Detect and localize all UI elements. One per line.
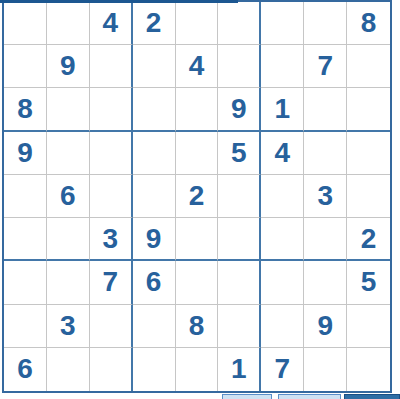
cell-r3c4[interactable]: [133, 88, 176, 131]
top-toolbar-fragment: [0, 0, 238, 3]
cell-r6c6[interactable]: [218, 218, 261, 261]
cell-r4c3[interactable]: [90, 132, 133, 175]
bottom-button-fragment-2[interactable]: [278, 394, 341, 399]
cell-r5c7[interactable]: [261, 175, 304, 218]
cell-r5c5[interactable]: 2: [176, 175, 219, 218]
cell-r9c6[interactable]: 1: [218, 348, 261, 391]
cell-r3c7[interactable]: 1: [261, 88, 304, 131]
cell-r4c2[interactable]: [47, 132, 90, 175]
cell-r6c2[interactable]: [47, 218, 90, 261]
cell-r4c7[interactable]: 4: [261, 132, 304, 175]
cell-r7c6[interactable]: [218, 261, 261, 304]
cell-r7c1[interactable]: [4, 261, 47, 304]
cell-r3c6[interactable]: 9: [218, 88, 261, 131]
cell-r5c6[interactable]: [218, 175, 261, 218]
cell-r3c8[interactable]: [304, 88, 347, 131]
cell-r7c5[interactable]: [176, 261, 219, 304]
cell-r6c4[interactable]: 9: [133, 218, 176, 261]
cell-r9c3[interactable]: [90, 348, 133, 391]
cell-r3c2[interactable]: [47, 88, 90, 131]
cell-r1c1[interactable]: [4, 2, 47, 45]
cell-r7c2[interactable]: [47, 261, 90, 304]
cell-r3c1[interactable]: 8: [4, 88, 47, 131]
cell-r5c8[interactable]: 3: [304, 175, 347, 218]
cell-r4c6[interactable]: 5: [218, 132, 261, 175]
cell-r6c5[interactable]: [176, 218, 219, 261]
cell-r7c4[interactable]: 6: [133, 261, 176, 304]
cell-r6c8[interactable]: [304, 218, 347, 261]
cell-r3c5[interactable]: [176, 88, 219, 131]
cell-r8c4[interactable]: [133, 305, 176, 348]
bottom-button-fragment-3[interactable]: [344, 394, 400, 399]
cell-r4c1[interactable]: 9: [4, 132, 47, 175]
cell-r1c5[interactable]: [176, 2, 219, 45]
bottom-button-fragment-1[interactable]: [222, 394, 272, 399]
sudoku-board: 428947891954623392765389617: [2, 0, 392, 393]
cell-r8c5[interactable]: 8: [176, 305, 219, 348]
cell-r6c1[interactable]: [4, 218, 47, 261]
cell-r9c9[interactable]: [347, 348, 390, 391]
cell-r3c9[interactable]: [347, 88, 390, 131]
cell-r1c2[interactable]: [47, 2, 90, 45]
cell-r1c8[interactable]: [304, 2, 347, 45]
cell-r9c5[interactable]: [176, 348, 219, 391]
cell-r8c8[interactable]: 9: [304, 305, 347, 348]
cell-r7c7[interactable]: [261, 261, 304, 304]
cell-r1c7[interactable]: [261, 2, 304, 45]
cell-r3c3[interactable]: [90, 88, 133, 131]
cell-r8c3[interactable]: [90, 305, 133, 348]
cell-r1c4[interactable]: 2: [133, 2, 176, 45]
cell-r2c1[interactable]: [4, 45, 47, 88]
cell-r8c7[interactable]: [261, 305, 304, 348]
cell-r4c9[interactable]: [347, 132, 390, 175]
cell-r2c8[interactable]: 7: [304, 45, 347, 88]
cell-r6c3[interactable]: 3: [90, 218, 133, 261]
cell-r8c1[interactable]: [4, 305, 47, 348]
cell-r4c5[interactable]: [176, 132, 219, 175]
cell-r9c2[interactable]: [47, 348, 90, 391]
cell-r2c2[interactable]: 9: [47, 45, 90, 88]
cell-r7c3[interactable]: 7: [90, 261, 133, 304]
cell-r4c8[interactable]: [304, 132, 347, 175]
cell-r9c1[interactable]: 6: [4, 348, 47, 391]
cell-r1c9[interactable]: 8: [347, 2, 390, 45]
cell-r5c1[interactable]: [4, 175, 47, 218]
cell-r2c3[interactable]: [90, 45, 133, 88]
cell-r7c9[interactable]: 5: [347, 261, 390, 304]
cell-r2c4[interactable]: [133, 45, 176, 88]
cell-r9c7[interactable]: 7: [261, 348, 304, 391]
cell-r9c4[interactable]: [133, 348, 176, 391]
cell-r7c8[interactable]: [304, 261, 347, 304]
cell-r4c4[interactable]: [133, 132, 176, 175]
cell-r2c6[interactable]: [218, 45, 261, 88]
cell-r5c3[interactable]: [90, 175, 133, 218]
cell-r9c8[interactable]: [304, 348, 347, 391]
cell-r1c3[interactable]: 4: [90, 2, 133, 45]
cell-r5c4[interactable]: [133, 175, 176, 218]
cell-r8c2[interactable]: 3: [47, 305, 90, 348]
cell-r5c2[interactable]: 6: [47, 175, 90, 218]
sudoku-screen: 428947891954623392765389617: [0, 0, 400, 399]
cell-r2c5[interactable]: 4: [176, 45, 219, 88]
cell-r5c9[interactable]: [347, 175, 390, 218]
cell-r2c9[interactable]: [347, 45, 390, 88]
cell-r2c7[interactable]: [261, 45, 304, 88]
cell-r8c9[interactable]: [347, 305, 390, 348]
cell-r8c6[interactable]: [218, 305, 261, 348]
cell-r6c9[interactable]: 2: [347, 218, 390, 261]
cell-r6c7[interactable]: [261, 218, 304, 261]
cell-r1c6[interactable]: [218, 2, 261, 45]
